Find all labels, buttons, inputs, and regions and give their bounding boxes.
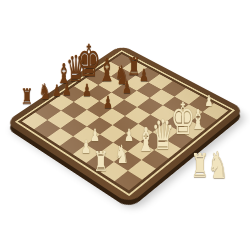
board-inlay-border <box>15 50 235 196</box>
chess-board <box>5 45 245 204</box>
board-grid <box>22 54 228 190</box>
board-frame <box>5 45 245 204</box>
white-knight-off-board: ♞ <box>208 147 229 184</box>
chess-set-product-photo: ♜♞♟♝♟♛♚♟♝♞♜♟♟♟♟♟♜♞♟♝♛♚♝♟♜♞ <box>0 0 250 250</box>
